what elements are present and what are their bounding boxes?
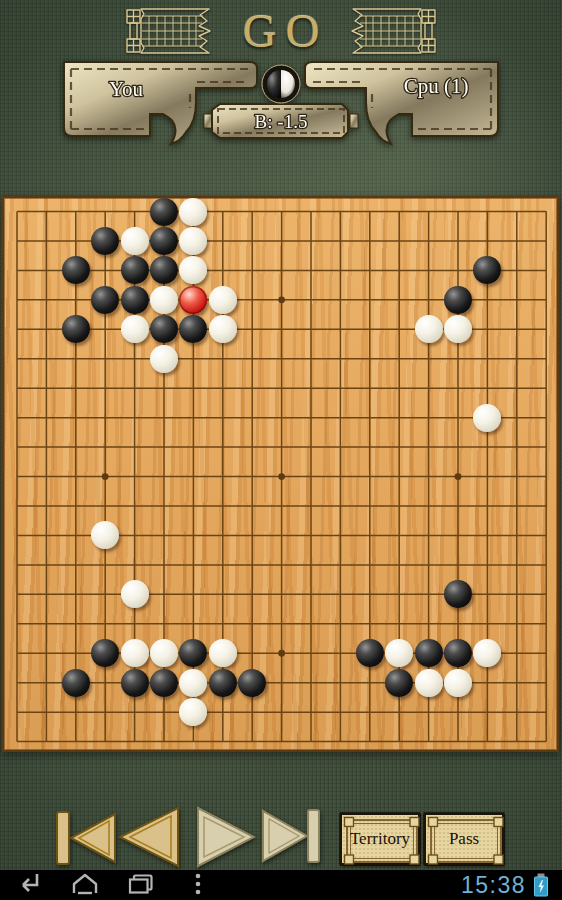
step-forward-button[interactable] — [196, 805, 256, 869]
stone-black — [121, 286, 149, 314]
overflow-menu-icon — [193, 870, 203, 898]
jump-to-start-button[interactable] — [54, 808, 118, 868]
turn-indicator-stone — [262, 65, 300, 103]
go-board[interactable] — [2, 196, 559, 752]
logo-banner-ornament-right — [336, 6, 438, 56]
jump-to-end-button[interactable] — [262, 806, 320, 866]
step-back-button[interactable] — [118, 805, 180, 869]
go-app-screen: GO — [0, 0, 562, 900]
stone-black — [62, 256, 90, 284]
stone-black — [91, 286, 119, 314]
territory-button[interactable]: Territory — [340, 813, 420, 865]
stone-black — [121, 256, 149, 284]
territory-button-label: Territory — [342, 815, 418, 863]
skip-back-icon — [54, 808, 118, 868]
stone-black — [238, 669, 266, 697]
right-player-name: Cpu (1) — [404, 74, 469, 98]
skip-forward-icon — [262, 806, 320, 866]
stone-black — [415, 639, 443, 667]
stone-white — [121, 580, 149, 608]
android-back-button[interactable] — [12, 870, 46, 900]
stone-white — [121, 227, 149, 255]
stone-black — [356, 639, 384, 667]
score-plate: B: -1.5 — [204, 104, 358, 138]
recents-icon — [125, 870, 157, 898]
stone-white — [209, 639, 237, 667]
stone-black — [62, 315, 90, 343]
logo-banner-ornament-left — [124, 6, 226, 56]
pass-button[interactable]: Pass — [424, 813, 504, 865]
stone-black — [385, 669, 413, 697]
stone-white — [209, 286, 237, 314]
stone-black — [150, 669, 178, 697]
stone-white — [150, 286, 178, 314]
stone-white — [209, 315, 237, 343]
app-title: GO — [234, 6, 329, 56]
left-player-name: You — [109, 77, 144, 101]
pass-button-label: Pass — [426, 815, 502, 863]
stone-white — [415, 315, 443, 343]
home-icon — [69, 870, 101, 898]
stone-white — [121, 315, 149, 343]
android-home-button[interactable] — [68, 870, 102, 900]
app-logo: GO — [0, 4, 562, 58]
battery-charging-icon — [533, 873, 549, 897]
clock: 15:38 — [461, 871, 526, 899]
stone-black — [91, 227, 119, 255]
back-icon — [13, 870, 45, 898]
overflow-menu-button[interactable] — [192, 870, 204, 900]
stone-black — [444, 286, 472, 314]
board-grid — [4, 198, 557, 750]
stone-white — [179, 669, 207, 697]
android-recents-button[interactable] — [124, 870, 158, 900]
stone-black — [150, 198, 178, 226]
stone-white — [415, 669, 443, 697]
stone-white — [150, 345, 178, 373]
stone-white — [444, 669, 472, 697]
stone-white — [179, 198, 207, 226]
stone-white — [473, 404, 501, 432]
score-label: B: -1.5 — [255, 111, 308, 132]
stone-black — [150, 227, 178, 255]
stone-black — [62, 669, 90, 697]
player-banner: You Cpu (1) B: -1.5 — [0, 58, 562, 148]
back-triangle-icon — [118, 805, 180, 869]
stone-black — [209, 669, 237, 697]
stone-white — [121, 639, 149, 667]
system-navigation-bar: 15:38 — [0, 870, 562, 900]
stone-black — [121, 669, 149, 697]
forward-triangle-icon — [196, 805, 256, 869]
